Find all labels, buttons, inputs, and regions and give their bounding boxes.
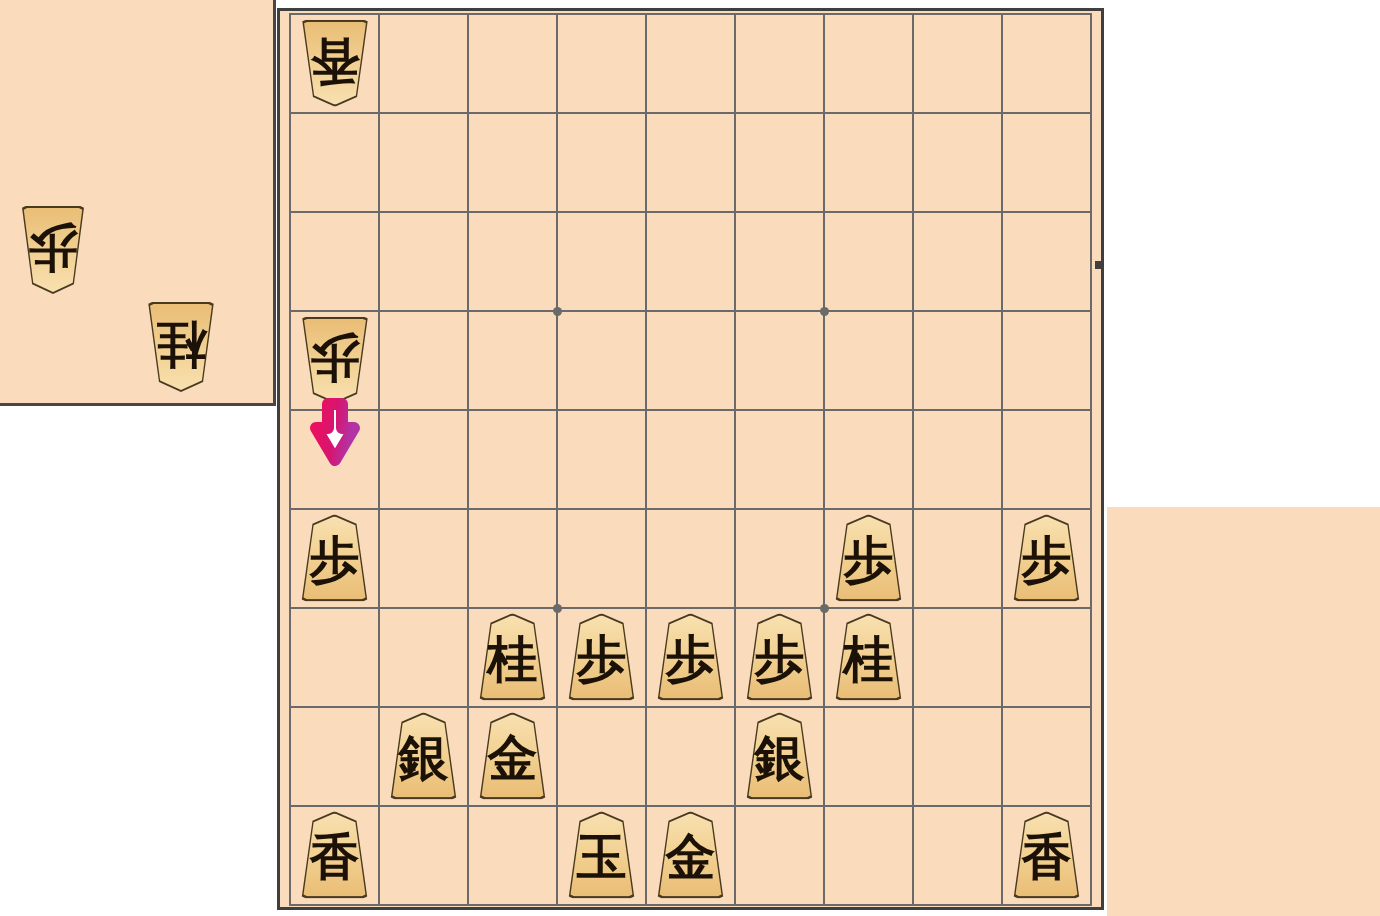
square-8d[interactable] <box>380 312 467 409</box>
square-2g[interactable] <box>914 609 1001 706</box>
square-6c[interactable] <box>558 213 645 310</box>
square-5i[interactable]: 金 <box>647 807 734 904</box>
square-9i[interactable]: 香 <box>291 807 378 904</box>
square-7f[interactable] <box>469 510 556 607</box>
square-2a[interactable] <box>914 15 1001 112</box>
piece-sente-歩[interactable]: 歩 <box>297 514 373 601</box>
square-9h[interactable] <box>291 708 378 805</box>
square-7b[interactable] <box>469 114 556 211</box>
piece-gote-歩[interactable]: 歩 <box>297 316 373 403</box>
piece-kanji: 歩 <box>28 223 78 273</box>
square-4c[interactable] <box>736 213 823 310</box>
gote-hand-tray: 歩桂 <box>0 0 276 406</box>
square-3a[interactable] <box>825 15 912 112</box>
piece-kanji: 歩 <box>666 634 716 684</box>
square-9c[interactable] <box>291 213 378 310</box>
square-5h[interactable] <box>647 708 734 805</box>
piece-kanji: 香 <box>1022 832 1072 882</box>
square-5e[interactable] <box>647 411 734 508</box>
piece-sente-歩[interactable]: 歩 <box>831 514 907 601</box>
piece-kanji: 玉 <box>577 832 627 882</box>
piece-kanji: 歩 <box>577 634 627 684</box>
piece-sente-歩[interactable]: 歩 <box>653 613 729 700</box>
board-grid: 香歩歩歩歩桂歩歩歩桂銀金銀香玉金香 <box>289 13 1092 906</box>
square-9b[interactable] <box>291 114 378 211</box>
square-6d[interactable] <box>558 312 645 409</box>
piece-sente-桂[interactable]: 桂 <box>475 613 551 700</box>
square-1a[interactable] <box>1003 15 1090 112</box>
piece-kanji: 歩 <box>310 333 360 383</box>
piece-sente-玉[interactable]: 玉 <box>564 811 640 898</box>
square-9a[interactable]: 香 <box>291 15 378 112</box>
piece-sente-銀[interactable]: 銀 <box>742 712 818 799</box>
square-5d[interactable] <box>647 312 734 409</box>
piece-kanji: 歩 <box>310 535 360 585</box>
square-2h[interactable] <box>914 708 1001 805</box>
square-9f[interactable]: 歩 <box>291 510 378 607</box>
square-6i[interactable]: 玉 <box>558 807 645 904</box>
square-2c[interactable] <box>914 213 1001 310</box>
piece-kanji: 歩 <box>755 634 805 684</box>
square-4i[interactable] <box>736 807 823 904</box>
square-8a[interactable] <box>380 15 467 112</box>
square-8e[interactable] <box>380 411 467 508</box>
square-1h[interactable] <box>1003 708 1090 805</box>
piece-sente-歩[interactable]: 歩 <box>564 613 640 700</box>
square-7c[interactable] <box>469 213 556 310</box>
square-6f[interactable] <box>558 510 645 607</box>
square-2f[interactable] <box>914 510 1001 607</box>
square-5a[interactable] <box>647 15 734 112</box>
square-8h[interactable]: 銀 <box>380 708 467 805</box>
piece-gote-香[interactable]: 香 <box>297 19 373 106</box>
square-1d[interactable] <box>1003 312 1090 409</box>
piece-kanji: 桂 <box>844 634 894 684</box>
piece-sente-歩[interactable]: 歩 <box>742 613 818 700</box>
square-3b[interactable] <box>825 114 912 211</box>
square-6h[interactable] <box>558 708 645 805</box>
square-3g[interactable]: 桂 <box>825 609 912 706</box>
piece-gote-桂[interactable]: 桂 <box>143 302 219 392</box>
square-6g[interactable]: 歩 <box>558 609 645 706</box>
square-8f[interactable] <box>380 510 467 607</box>
star-point <box>553 307 562 316</box>
piece-kanji: 金 <box>488 733 538 783</box>
square-4h[interactable]: 銀 <box>736 708 823 805</box>
piece-kanji: 金 <box>666 832 716 882</box>
square-8c[interactable] <box>380 213 467 310</box>
square-6b[interactable] <box>558 114 645 211</box>
square-7h[interactable]: 金 <box>469 708 556 805</box>
square-2e[interactable] <box>914 411 1001 508</box>
square-3f[interactable]: 歩 <box>825 510 912 607</box>
square-4e[interactable] <box>736 411 823 508</box>
square-3c[interactable] <box>825 213 912 310</box>
piece-kanji: 銀 <box>399 733 449 783</box>
move-arrow-icon <box>306 396 364 476</box>
piece-sente-銀[interactable]: 銀 <box>386 712 462 799</box>
square-6a[interactable] <box>558 15 645 112</box>
square-5g[interactable]: 歩 <box>647 609 734 706</box>
piece-kanji: 桂 <box>488 634 538 684</box>
shogi-board: 香歩歩歩歩桂歩歩歩桂銀金銀香玉金香 <box>277 8 1104 910</box>
piece-sente-香[interactable]: 香 <box>1009 811 1085 898</box>
square-7a[interactable] <box>469 15 556 112</box>
star-point <box>820 604 829 613</box>
square-4a[interactable] <box>736 15 823 112</box>
square-7g[interactable]: 桂 <box>469 609 556 706</box>
square-1c[interactable] <box>1003 213 1090 310</box>
piece-sente-金[interactable]: 金 <box>653 811 729 898</box>
piece-kanji: 香 <box>310 832 360 882</box>
square-3d[interactable] <box>825 312 912 409</box>
piece-sente-桂[interactable]: 桂 <box>831 613 907 700</box>
square-6e[interactable] <box>558 411 645 508</box>
square-3e[interactable] <box>825 411 912 508</box>
piece-kanji: 香 <box>310 36 360 86</box>
square-1g[interactable] <box>1003 609 1090 706</box>
square-9g[interactable] <box>291 609 378 706</box>
square-4b[interactable] <box>736 114 823 211</box>
board-edge-mark <box>1095 261 1101 269</box>
piece-sente-香[interactable]: 香 <box>297 811 373 898</box>
square-1e[interactable] <box>1003 411 1090 508</box>
square-2b[interactable] <box>914 114 1001 211</box>
square-3i[interactable] <box>825 807 912 904</box>
square-8g[interactable] <box>380 609 467 706</box>
piece-kanji: 歩 <box>1022 535 1072 585</box>
square-1f[interactable]: 歩 <box>1003 510 1090 607</box>
square-2d[interactable] <box>914 312 1001 409</box>
star-point <box>820 307 829 316</box>
piece-sente-金[interactable]: 金 <box>475 712 551 799</box>
square-9e[interactable] <box>291 411 378 508</box>
square-1b[interactable] <box>1003 114 1090 211</box>
sente-hand-tray <box>1107 507 1380 916</box>
square-8b[interactable] <box>380 114 467 211</box>
square-4f[interactable] <box>736 510 823 607</box>
square-1i[interactable]: 香 <box>1003 807 1090 904</box>
square-7e[interactable] <box>469 411 556 508</box>
square-5f[interactable] <box>647 510 734 607</box>
square-3h[interactable] <box>825 708 912 805</box>
square-7i[interactable] <box>469 807 556 904</box>
star-point <box>553 604 562 613</box>
piece-gote-歩[interactable]: 歩 <box>17 206 89 294</box>
piece-kanji: 桂 <box>156 320 206 370</box>
square-8i[interactable] <box>380 807 467 904</box>
piece-kanji: 銀 <box>755 733 805 783</box>
square-9d[interactable]: 歩 <box>291 312 378 409</box>
square-5b[interactable] <box>647 114 734 211</box>
square-4g[interactable]: 歩 <box>736 609 823 706</box>
piece-sente-歩[interactable]: 歩 <box>1009 514 1085 601</box>
square-2i[interactable] <box>914 807 1001 904</box>
square-4d[interactable] <box>736 312 823 409</box>
square-5c[interactable] <box>647 213 734 310</box>
piece-kanji: 歩 <box>844 535 894 585</box>
square-7d[interactable] <box>469 312 556 409</box>
